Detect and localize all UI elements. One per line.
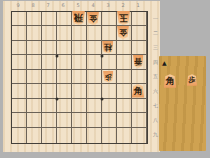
file-label-9: 9: [13, 1, 23, 10]
file-label-6: 6: [58, 1, 68, 10]
komadai-sente: ▲ 角歩: [159, 56, 206, 151]
piece-kanji: 金: [87, 12, 99, 24]
piece-kanji: 金: [117, 26, 129, 38]
piece-kanji: 歩: [103, 71, 114, 82]
piece-桂-gote[interactable]: 桂: [102, 41, 114, 54]
hoshi-dot: [100, 98, 103, 101]
piece-角-sente[interactable]: 角: [164, 74, 177, 88]
rank-label-1: 一: [151, 11, 160, 26]
hoshi-dot: [100, 54, 103, 57]
shogi-board-panel: 987654321 一二三四五六七八九 飛金玉金桂香歩角: [3, 1, 160, 152]
sente-marker-icon: ▲: [162, 60, 167, 66]
piece-歩-gote[interactable]: 歩: [103, 71, 114, 83]
piece-kanji: 桂: [102, 41, 114, 53]
file-label-7: 7: [43, 1, 53, 10]
piece-kanji: 歩: [187, 75, 198, 86]
screenshot: 987654321 一二三四五六七八九 飛金玉金桂香歩角 ▲ 角歩: [0, 0, 210, 158]
piece-kanji: 角: [132, 85, 145, 98]
file-label-5: 5: [73, 1, 83, 10]
piece-金-gote[interactable]: 金: [87, 12, 99, 25]
hoshi-dot: [55, 98, 58, 101]
rank-label-2: 二: [151, 26, 160, 41]
file-label-4: 4: [88, 1, 98, 10]
file-label-2: 2: [118, 1, 128, 10]
rank-label-3: 三: [151, 40, 160, 55]
hoshi-dot: [55, 54, 58, 57]
piece-角-sente[interactable]: 角: [132, 84, 145, 98]
file-label-3: 3: [103, 1, 113, 10]
file-label-1: 1: [133, 1, 143, 10]
file-label-8: 8: [28, 1, 38, 10]
piece-歩-sente[interactable]: 歩: [187, 74, 198, 86]
piece-kanji: 香: [133, 55, 144, 67]
piece-kanji: 角: [164, 75, 177, 88]
